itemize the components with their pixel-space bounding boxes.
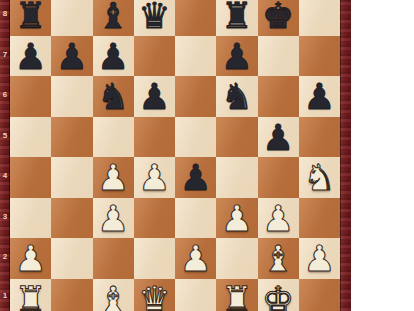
piece-white-pawn[interactable]: ♟ [138,160,170,196]
piece-white-pawn[interactable]: ♟ [262,201,294,237]
square-f1[interactable]: ♜ [216,279,257,311]
square-h4[interactable]: ♞ [299,157,340,198]
square-d6[interactable]: ♟ [134,76,175,117]
piece-white-pawn[interactable]: ♟ [97,201,129,237]
square-f4[interactable] [216,157,257,198]
board-frame-left: 87654321 [0,0,10,311]
square-e5[interactable] [175,117,216,158]
square-h1[interactable] [299,279,340,311]
square-h2[interactable]: ♟ [299,238,340,279]
square-d7[interactable] [134,36,175,77]
rank-label-8: 8 [0,9,10,19]
square-c5[interactable] [93,117,134,158]
rank-label-7: 7 [0,50,10,60]
square-c7[interactable]: ♟ [93,36,134,77]
square-a8[interactable]: ♜ [10,0,51,36]
piece-black-pawn[interactable]: ♟ [56,39,88,75]
square-d2[interactable] [134,238,175,279]
square-c2[interactable] [93,238,134,279]
square-g8[interactable]: ♚ [258,0,299,36]
square-g1[interactable]: ♚ [258,279,299,311]
right-margin [351,0,414,311]
piece-black-pawn[interactable]: ♟ [138,79,170,115]
piece-black-pawn[interactable]: ♟ [303,79,335,115]
square-a4[interactable] [10,157,51,198]
piece-black-knight[interactable]: ♞ [221,79,253,115]
piece-white-pawn[interactable]: ♟ [221,201,253,237]
square-e4[interactable]: ♟ [175,157,216,198]
piece-black-pawn[interactable]: ♟ [97,39,129,75]
square-e1[interactable] [175,279,216,311]
rank-label-4: 4 [0,171,10,181]
square-e2[interactable]: ♟ [175,238,216,279]
square-a2[interactable]: ♟ [10,238,51,279]
piece-black-king[interactable]: ♚ [262,0,294,34]
piece-black-pawn[interactable]: ♟ [179,160,211,196]
rank-label-1: 1 [0,291,10,301]
square-f5[interactable] [216,117,257,158]
square-c1[interactable]: ♝ [93,279,134,311]
square-c6[interactable]: ♞ [93,76,134,117]
square-f8[interactable]: ♜ [216,0,257,36]
piece-black-pawn[interactable]: ♟ [262,120,294,156]
square-h5[interactable] [299,117,340,158]
square-d8[interactable]: ♛ [134,0,175,36]
square-e7[interactable] [175,36,216,77]
piece-white-pawn[interactable]: ♟ [179,241,211,277]
square-f3[interactable]: ♟ [216,198,257,239]
square-g2[interactable]: ♝ [258,238,299,279]
square-c3[interactable]: ♟ [93,198,134,239]
square-h7[interactable] [299,36,340,77]
piece-white-queen[interactable]: ♛ [138,282,170,311]
square-h3[interactable] [299,198,340,239]
square-g6[interactable] [258,76,299,117]
square-c8[interactable]: ♝ [93,0,134,36]
square-f7[interactable]: ♟ [216,36,257,77]
square-d4[interactable]: ♟ [134,157,175,198]
chess-board: ♜♝♛♜♚♟♟♟♟♞♟♞♟♟♟♟♟♞♟♟♟♟♟♝♟♜♝♛♜♚ [10,0,340,311]
square-e3[interactable] [175,198,216,239]
square-g3[interactable]: ♟ [258,198,299,239]
rank-label-2: 2 [0,252,10,262]
rank-label-6: 6 [0,90,10,100]
square-d3[interactable] [134,198,175,239]
piece-white-bishop[interactable]: ♝ [262,241,294,277]
piece-black-pawn[interactable]: ♟ [221,39,253,75]
piece-black-rook[interactable]: ♜ [221,0,253,34]
piece-black-rook[interactable]: ♜ [14,0,46,34]
piece-white-pawn[interactable]: ♟ [97,160,129,196]
piece-white-knight[interactable]: ♞ [303,160,335,196]
square-d5[interactable] [134,117,175,158]
piece-black-bishop[interactable]: ♝ [97,0,129,34]
square-b6[interactable] [51,76,92,117]
piece-white-pawn[interactable]: ♟ [14,241,46,277]
piece-black-queen[interactable]: ♛ [138,0,170,34]
piece-black-pawn[interactable]: ♟ [14,39,46,75]
piece-white-pawn[interactable]: ♟ [303,241,335,277]
square-b3[interactable] [51,198,92,239]
square-d1[interactable]: ♛ [134,279,175,311]
square-a5[interactable] [10,117,51,158]
rank-label-3: 3 [0,212,10,222]
board-frame-right [340,0,351,311]
square-b8[interactable] [51,0,92,36]
piece-white-rook[interactable]: ♜ [221,282,253,311]
square-e8[interactable] [175,0,216,36]
piece-black-knight[interactable]: ♞ [97,79,129,115]
square-a3[interactable] [10,198,51,239]
square-h8[interactable] [299,0,340,36]
square-h6[interactable]: ♟ [299,76,340,117]
rank-label-5: 5 [0,131,10,141]
square-g4[interactable] [258,157,299,198]
square-g5[interactable]: ♟ [258,117,299,158]
square-a1[interactable]: ♜ [10,279,51,311]
piece-white-rook[interactable]: ♜ [14,282,46,311]
square-b7[interactable]: ♟ [51,36,92,77]
piece-white-king[interactable]: ♚ [262,282,294,311]
square-b1[interactable] [51,279,92,311]
piece-white-bishop[interactable]: ♝ [97,282,129,311]
square-g7[interactable] [258,36,299,77]
square-a6[interactable] [10,76,51,117]
chess-diagram-screenshot: ♜♝♛♜♚♟♟♟♟♞♟♞♟♟♟♟♟♞♟♟♟♟♟♝♟♜♝♛♜♚ 87654321 [0,0,414,311]
square-f6[interactable]: ♞ [216,76,257,117]
square-b4[interactable] [51,157,92,198]
square-c4[interactable]: ♟ [93,157,134,198]
square-a7[interactable]: ♟ [10,36,51,77]
square-b5[interactable] [51,117,92,158]
square-b2[interactable] [51,238,92,279]
square-f2[interactable] [216,238,257,279]
square-e6[interactable] [175,76,216,117]
